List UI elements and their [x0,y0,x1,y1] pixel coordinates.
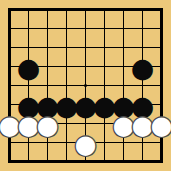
intersection-C2[interactable] [38,133,57,152]
white-stone: ● [131,115,155,134]
intersection-D9[interactable] [57,0,76,19]
intersection-A3[interactable]: ● [0,114,19,133]
intersection-D5[interactable] [57,76,76,95]
intersection-C9[interactable] [38,0,57,19]
go-board: ●●●●●●●●●●●●●●●● [0,0,171,171]
intersection-E4[interactable]: ● [76,95,95,114]
board-grid: ●●●●●●●●●●●●●●●● [0,0,171,171]
intersection-A7[interactable] [0,38,19,57]
intersection-D7[interactable] [57,38,76,57]
black-stone: ● [112,96,136,115]
intersection-C4[interactable]: ● [38,95,57,114]
intersection-A1[interactable] [0,152,19,171]
intersection-G1[interactable] [114,152,133,171]
intersection-J5[interactable] [152,76,171,95]
intersection-J2[interactable] [152,133,171,152]
black-stone: ● [17,96,41,115]
intersection-E6[interactable] [76,57,95,76]
intersection-B7[interactable] [19,38,38,57]
intersection-C8[interactable] [38,19,57,38]
black-stone: ● [74,96,98,115]
intersection-B5[interactable] [19,76,38,95]
intersection-H8[interactable] [133,19,152,38]
black-stone: ● [131,96,155,115]
white-stone: ● [74,134,98,153]
intersection-B6[interactable]: ● [19,57,38,76]
intersection-J6[interactable] [152,57,171,76]
intersection-C1[interactable] [38,152,57,171]
intersection-E1[interactable] [76,152,95,171]
intersection-F3[interactable] [95,114,114,133]
intersection-D6[interactable] [57,57,76,76]
intersection-E5[interactable] [76,76,95,95]
white-stone: ● [112,115,136,134]
black-stone: ● [55,96,79,115]
intersection-D3[interactable] [57,114,76,133]
intersection-F5[interactable] [95,76,114,95]
intersection-H9[interactable] [133,0,152,19]
intersection-F6[interactable] [95,57,114,76]
intersection-F8[interactable] [95,19,114,38]
intersection-F2[interactable] [95,133,114,152]
intersection-D1[interactable] [57,152,76,171]
intersection-D2[interactable] [57,133,76,152]
intersection-H6[interactable]: ● [133,57,152,76]
intersection-J8[interactable] [152,19,171,38]
intersection-H1[interactable] [133,152,152,171]
intersection-J9[interactable] [152,0,171,19]
intersection-H2[interactable] [133,133,152,152]
intersection-B3[interactable]: ● [19,114,38,133]
white-stone: ● [150,115,171,134]
intersection-H4[interactable]: ● [133,95,152,114]
intersection-G4[interactable]: ● [114,95,133,114]
intersection-C5[interactable] [38,76,57,95]
white-stone: ● [17,115,41,134]
intersection-G2[interactable] [114,133,133,152]
intersection-F7[interactable] [95,38,114,57]
black-stone: ● [93,96,117,115]
intersection-A2[interactable] [0,133,19,152]
intersection-C6[interactable] [38,57,57,76]
intersection-G8[interactable] [114,19,133,38]
intersection-C7[interactable] [38,38,57,57]
intersection-A6[interactable] [0,57,19,76]
intersection-J1[interactable] [152,152,171,171]
intersection-J4[interactable] [152,95,171,114]
intersection-A5[interactable] [0,76,19,95]
intersection-A8[interactable] [0,19,19,38]
intersection-G7[interactable] [114,38,133,57]
intersection-F1[interactable] [95,152,114,171]
intersection-G9[interactable] [114,0,133,19]
intersection-D4[interactable]: ● [57,95,76,114]
intersection-G6[interactable] [114,57,133,76]
intersection-B8[interactable] [19,19,38,38]
intersection-G5[interactable] [114,76,133,95]
intersection-B4[interactable]: ● [19,95,38,114]
intersection-E8[interactable] [76,19,95,38]
intersection-H5[interactable] [133,76,152,95]
intersection-E3[interactable] [76,114,95,133]
intersection-B9[interactable] [19,0,38,19]
black-stone: ● [36,96,60,115]
intersection-J3[interactable]: ● [152,114,171,133]
intersection-E2[interactable]: ● [76,133,95,152]
black-stone: ● [17,58,41,77]
intersection-B2[interactable] [19,133,38,152]
intersection-H7[interactable] [133,38,152,57]
intersection-E9[interactable] [76,0,95,19]
intersection-G3[interactable]: ● [114,114,133,133]
intersection-B1[interactable] [19,152,38,171]
intersection-C3[interactable]: ● [38,114,57,133]
intersection-H3[interactable]: ● [133,114,152,133]
white-stone: ● [36,115,60,134]
intersection-A4[interactable] [0,95,19,114]
black-stone: ● [131,58,155,77]
intersection-F4[interactable]: ● [95,95,114,114]
intersection-A9[interactable] [0,0,19,19]
intersection-F9[interactable] [95,0,114,19]
intersection-E7[interactable] [76,38,95,57]
intersection-D8[interactable] [57,19,76,38]
intersection-J7[interactable] [152,38,171,57]
